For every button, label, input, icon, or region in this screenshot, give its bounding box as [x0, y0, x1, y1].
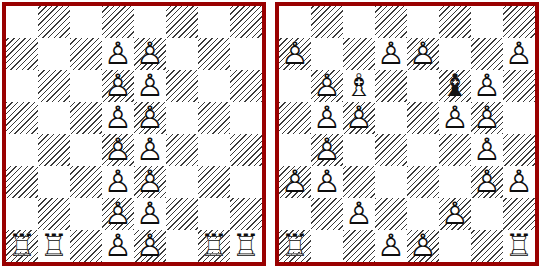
white-pawn[interactable]: ♟♙ [439, 102, 471, 134]
white-pawn[interactable]: ♟♙ [471, 134, 503, 166]
square-c6[interactable] [70, 70, 102, 102]
piece-outline-layer: ♙ [439, 198, 471, 230]
piece-outline-layer: ♙ [471, 70, 503, 102]
piece-outline-layer: ♖ [279, 230, 311, 262]
square-g8[interactable] [198, 6, 230, 38]
square-f4[interactable] [439, 134, 471, 166]
square-e6[interactable] [407, 70, 439, 102]
piece-outline-layer: ♙ [134, 102, 166, 134]
square-c7[interactable] [70, 38, 102, 70]
white-pawn[interactable]: ♟♙ [102, 198, 134, 230]
white-pawn[interactable]: ♟♙ [311, 70, 343, 102]
square-a6[interactable] [6, 70, 38, 102]
square-e1[interactable]: ♟♙ [134, 230, 166, 262]
white-pawn[interactable]: ♟♙ [279, 38, 311, 70]
square-f1[interactable] [439, 230, 471, 262]
square-f6[interactable]: ♝♝ [439, 70, 471, 102]
white-pawn[interactable]: ♟♙ [134, 166, 166, 198]
white-rook[interactable]: ♜♖ [6, 230, 38, 262]
piece-outline-layer: ♙ [102, 38, 134, 70]
piece-outline-layer: ♙ [343, 102, 375, 134]
square-h7[interactable] [230, 38, 262, 70]
white-pawn[interactable]: ♟♙ [311, 102, 343, 134]
square-h2[interactable] [230, 198, 262, 230]
piece-outline-layer: ♙ [375, 230, 407, 262]
square-g5[interactable]: ♟♙ [471, 102, 503, 134]
square-c2[interactable] [70, 198, 102, 230]
piece-outline-layer: ♙ [311, 166, 343, 198]
square-c7[interactable] [343, 38, 375, 70]
square-f5[interactable]: ♟♙ [439, 102, 471, 134]
piece-outline-layer: ♙ [471, 102, 503, 134]
piece-outline-layer: ♖ [198, 230, 230, 262]
square-b7[interactable] [38, 38, 70, 70]
square-e4[interactable]: ♟♙ [134, 134, 166, 166]
piece-outline-layer: ♙ [503, 38, 535, 70]
square-d1[interactable]: ♟♙ [375, 230, 407, 262]
square-d1[interactable]: ♟♙ [102, 230, 134, 262]
square-c5[interactable]: ♟♙ [343, 102, 375, 134]
square-e3[interactable] [407, 166, 439, 198]
piece-outline-layer: ♙ [375, 38, 407, 70]
white-pawn[interactable]: ♟♙ [134, 102, 166, 134]
white-pawn[interactable]: ♟♙ [407, 230, 439, 262]
square-h3[interactable]: ♟♙ [503, 166, 535, 198]
square-a2[interactable] [279, 198, 311, 230]
square-g8[interactable] [471, 6, 503, 38]
square-b3[interactable] [38, 166, 70, 198]
square-b1[interactable]: ♜♖ [38, 230, 70, 262]
white-pawn[interactable]: ♟♙ [311, 166, 343, 198]
white-pawn[interactable]: ♟♙ [134, 134, 166, 166]
square-c6[interactable]: ♝♗ [343, 70, 375, 102]
square-g6[interactable] [198, 70, 230, 102]
white-pawn[interactable]: ♟♙ [279, 166, 311, 198]
square-e5[interactable]: ♟♙ [134, 102, 166, 134]
square-g4[interactable]: ♟♙ [471, 134, 503, 166]
white-bishop[interactable]: ♝♗ [343, 70, 375, 102]
piece-outline-layer: ♙ [279, 166, 311, 198]
square-c1[interactable] [343, 230, 375, 262]
white-pawn[interactable]: ♟♙ [311, 134, 343, 166]
square-h4[interactable] [503, 134, 535, 166]
square-b2[interactable] [38, 198, 70, 230]
square-d8[interactable] [375, 6, 407, 38]
square-f8[interactable] [166, 6, 198, 38]
piece-outline-layer: ♙ [279, 38, 311, 70]
square-a3[interactable] [6, 166, 38, 198]
white-rook[interactable]: ♜♖ [230, 230, 262, 262]
white-pawn[interactable]: ♟♙ [471, 102, 503, 134]
white-pawn[interactable]: ♟♙ [503, 38, 535, 70]
square-b1[interactable] [311, 230, 343, 262]
piece-outline-layer: ♖ [230, 230, 262, 262]
square-b5[interactable] [38, 102, 70, 134]
square-d5[interactable]: ♟♙ [102, 102, 134, 134]
piece-outline-layer: ♙ [102, 102, 134, 134]
white-rook[interactable]: ♜♖ [198, 230, 230, 262]
square-a1[interactable]: ♜♖ [6, 230, 38, 262]
square-d8[interactable] [102, 6, 134, 38]
square-e2[interactable] [407, 198, 439, 230]
white-rook[interactable]: ♜♖ [503, 230, 535, 262]
square-d7[interactable]: ♟♙ [102, 38, 134, 70]
piece-outline-layer: ♙ [343, 198, 375, 230]
square-e6[interactable]: ♟♙ [134, 70, 166, 102]
square-h1[interactable]: ♜♖ [503, 230, 535, 262]
square-c1[interactable] [70, 230, 102, 262]
square-d2[interactable] [375, 198, 407, 230]
square-e8[interactable] [134, 6, 166, 38]
square-a8[interactable] [279, 6, 311, 38]
white-rook[interactable]: ♜♖ [279, 230, 311, 262]
square-f7[interactable] [166, 38, 198, 70]
square-f6[interactable] [166, 70, 198, 102]
square-d3[interactable] [375, 166, 407, 198]
piece-outline-layer: ♙ [311, 134, 343, 166]
piece-outline-layer: ♙ [407, 38, 439, 70]
square-a1[interactable]: ♜♖ [279, 230, 311, 262]
square-a7[interactable]: ♟♙ [279, 38, 311, 70]
white-pawn[interactable]: ♟♙ [503, 166, 535, 198]
square-f8[interactable] [439, 6, 471, 38]
square-h4[interactable] [230, 134, 262, 166]
square-d4[interactable] [375, 134, 407, 166]
piece-outline-layer: ♙ [134, 134, 166, 166]
square-c5[interactable] [70, 102, 102, 134]
square-f2[interactable]: ♟♙ [439, 198, 471, 230]
white-pawn[interactable]: ♟♙ [102, 102, 134, 134]
chess-diagrams-row: ♟♙♟♙♟♙♟♙♟♙♟♙♟♙♟♙♟♙♟♙♟♙♟♙♜♖♜♖♟♙♟♙♜♖♜♖ ♟♙♟… [0, 0, 541, 266]
white-pawn[interactable]: ♟♙ [134, 230, 166, 262]
square-a7[interactable] [6, 38, 38, 70]
piece-outline-layer: ♙ [311, 70, 343, 102]
square-d7[interactable]: ♟♙ [375, 38, 407, 70]
white-pawn[interactable]: ♟♙ [343, 198, 375, 230]
white-pawn[interactable]: ♟♙ [134, 38, 166, 70]
white-pawn[interactable]: ♟♙ [102, 134, 134, 166]
piece-outline-layer: ♙ [134, 230, 166, 262]
square-e7[interactable]: ♟♙ [134, 38, 166, 70]
piece-outline-layer: ♙ [439, 102, 471, 134]
white-pawn[interactable]: ♟♙ [134, 70, 166, 102]
square-d6[interactable] [375, 70, 407, 102]
white-pawn[interactable]: ♟♙ [471, 166, 503, 198]
square-c4[interactable] [343, 134, 375, 166]
square-a5[interactable] [6, 102, 38, 134]
square-e4[interactable] [407, 134, 439, 166]
square-b6[interactable] [38, 70, 70, 102]
square-h7[interactable]: ♟♙ [503, 38, 535, 70]
piece-outline-layer: ♙ [407, 230, 439, 262]
square-g2[interactable] [198, 198, 230, 230]
white-pawn[interactable]: ♟♙ [375, 38, 407, 70]
piece-outline-layer: ♙ [471, 166, 503, 198]
piece-glyph-layer: ♝ [439, 70, 471, 102]
square-f7[interactable] [439, 38, 471, 70]
square-d5[interactable] [375, 102, 407, 134]
square-h6[interactable] [230, 70, 262, 102]
square-c3[interactable] [70, 166, 102, 198]
white-pawn[interactable]: ♟♙ [102, 166, 134, 198]
square-b4[interactable]: ♟♙ [311, 134, 343, 166]
square-a4[interactable] [279, 134, 311, 166]
square-h6[interactable] [503, 70, 535, 102]
square-h5[interactable] [230, 102, 262, 134]
square-c3[interactable] [343, 166, 375, 198]
square-a4[interactable] [6, 134, 38, 166]
piece-outline-layer: ♙ [134, 166, 166, 198]
left-board: ♟♙♟♙♟♙♟♙♟♙♟♙♟♙♟♙♟♙♟♙♟♙♟♙♜♖♜♖♟♙♟♙♜♖♜♖ [2, 2, 266, 266]
square-g5[interactable] [198, 102, 230, 134]
square-g7[interactable] [471, 38, 503, 70]
square-f3[interactable] [439, 166, 471, 198]
piece-outline-layer: ♙ [102, 70, 134, 102]
square-g3[interactable] [198, 166, 230, 198]
white-pawn[interactable]: ♟♙ [134, 198, 166, 230]
piece-outline-layer: ♙ [134, 70, 166, 102]
piece-outline-layer: ♙ [102, 134, 134, 166]
square-e2[interactable]: ♟♙ [134, 198, 166, 230]
square-e7[interactable]: ♟♙ [407, 38, 439, 70]
square-e8[interactable] [407, 6, 439, 38]
square-b2[interactable] [311, 198, 343, 230]
square-h3[interactable] [230, 166, 262, 198]
square-d3[interactable]: ♟♙ [102, 166, 134, 198]
square-h1[interactable]: ♜♖ [230, 230, 262, 262]
square-e3[interactable]: ♟♙ [134, 166, 166, 198]
square-g6[interactable]: ♟♙ [471, 70, 503, 102]
square-d2[interactable]: ♟♙ [102, 198, 134, 230]
square-b8[interactable] [311, 6, 343, 38]
square-b6[interactable]: ♟♙ [311, 70, 343, 102]
square-h5[interactable] [503, 102, 535, 134]
piece-outline-layer: ♗ [343, 70, 375, 102]
square-g2[interactable] [471, 198, 503, 230]
square-f3[interactable] [166, 166, 198, 198]
square-h8[interactable] [503, 6, 535, 38]
square-b8[interactable] [38, 6, 70, 38]
piece-outline-layer: ♙ [134, 198, 166, 230]
piece-outline-layer: ♙ [102, 166, 134, 198]
white-pawn[interactable]: ♟♙ [102, 230, 134, 262]
square-c4[interactable] [70, 134, 102, 166]
square-b7[interactable] [311, 38, 343, 70]
square-a8[interactable] [6, 6, 38, 38]
piece-outline-layer: ♖ [6, 230, 38, 262]
square-f5[interactable] [166, 102, 198, 134]
white-pawn[interactable]: ♟♙ [407, 38, 439, 70]
square-f2[interactable] [166, 198, 198, 230]
piece-outline-layer: ♙ [311, 102, 343, 134]
white-pawn[interactable]: ♟♙ [375, 230, 407, 262]
piece-outline-layer: ♙ [102, 230, 134, 262]
square-d6[interactable]: ♟♙ [102, 70, 134, 102]
square-a5[interactable] [279, 102, 311, 134]
right-board: ♟♙♟♙♟♙♟♙♟♙♝♗♝♝♟♙♟♙♟♙♟♙♟♙♟♙♟♙♟♙♟♙♟♙♟♙♟♙♟♙… [275, 2, 539, 266]
square-f4[interactable] [166, 134, 198, 166]
piece-outline-layer: ♙ [503, 166, 535, 198]
piece-outline-layer: ♖ [38, 230, 70, 262]
square-c8[interactable] [70, 6, 102, 38]
square-b4[interactable] [38, 134, 70, 166]
white-pawn[interactable]: ♟♙ [439, 198, 471, 230]
white-rook[interactable]: ♜♖ [38, 230, 70, 262]
square-a2[interactable] [6, 198, 38, 230]
square-g1[interactable] [471, 230, 503, 262]
black-bishop[interactable]: ♝♝ [439, 70, 471, 102]
square-e1[interactable]: ♟♙ [407, 230, 439, 262]
square-g1[interactable]: ♜♖ [198, 230, 230, 262]
square-g3[interactable]: ♟♙ [471, 166, 503, 198]
piece-outline-layer: ♖ [503, 230, 535, 262]
piece-outline-layer: ♙ [471, 134, 503, 166]
square-g4[interactable] [198, 134, 230, 166]
square-b5[interactable]: ♟♙ [311, 102, 343, 134]
piece-outline-layer: ♙ [102, 198, 134, 230]
square-h2[interactable] [503, 198, 535, 230]
white-pawn[interactable]: ♟♙ [471, 70, 503, 102]
square-g7[interactable] [198, 38, 230, 70]
square-e5[interactable] [407, 102, 439, 134]
square-a3[interactable]: ♟♙ [279, 166, 311, 198]
white-pawn[interactable]: ♟♙ [102, 38, 134, 70]
white-pawn[interactable]: ♟♙ [343, 102, 375, 134]
square-c2[interactable]: ♟♙ [343, 198, 375, 230]
square-d4[interactable]: ♟♙ [102, 134, 134, 166]
square-h8[interactable] [230, 6, 262, 38]
square-c8[interactable] [343, 6, 375, 38]
square-a6[interactable] [279, 70, 311, 102]
piece-outline-layer: ♙ [134, 38, 166, 70]
white-pawn[interactable]: ♟♙ [102, 70, 134, 102]
square-f1[interactable] [166, 230, 198, 262]
square-b3[interactable]: ♟♙ [311, 166, 343, 198]
